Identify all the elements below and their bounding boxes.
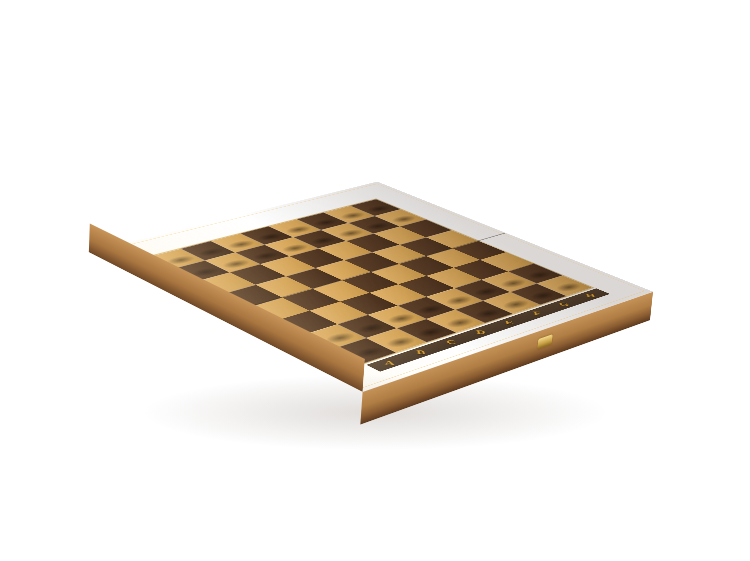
photo-background: ♜♞♝♛♚♝♞♜♟♟♟♟♟♟♟♟♟♟♟♟♟♟♟♟♜♞♝♛♚♝♞♜ ABCDEFG… (0, 0, 750, 561)
brass-clasp (537, 334, 553, 349)
